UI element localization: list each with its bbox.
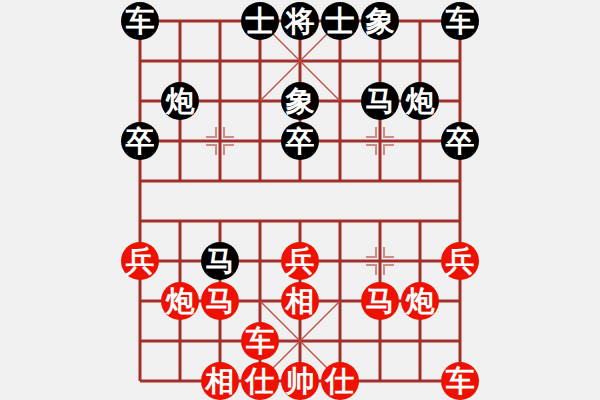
piece-black-elephant[interactable]: 象 [361, 2, 399, 40]
piece-black-advisor[interactable]: 士 [241, 2, 279, 40]
piece-red-general[interactable]: 帅 [281, 362, 319, 400]
piece-red-chariot[interactable]: 车 [241, 322, 279, 360]
piece-black-cannon[interactable]: 炮 [401, 82, 439, 120]
piece-black-advisor[interactable]: 士 [321, 2, 359, 40]
xiangqi-board: 车士将士象车炮象马炮卒卒卒兵马兵兵炮马相马炮车相仕帅仕车 [0, 0, 600, 400]
piece-black-soldier[interactable]: 卒 [441, 122, 479, 160]
piece-red-chariot[interactable]: 车 [441, 362, 479, 400]
piece-red-soldier[interactable]: 兵 [121, 242, 159, 280]
piece-red-elephant[interactable]: 相 [281, 282, 319, 320]
piece-red-cannon[interactable]: 炮 [401, 282, 439, 320]
piece-black-horse[interactable]: 马 [201, 242, 239, 280]
piece-black-horse[interactable]: 马 [361, 82, 399, 120]
piece-red-advisor[interactable]: 仕 [241, 362, 279, 400]
piece-black-chariot[interactable]: 车 [441, 2, 479, 40]
piece-black-soldier[interactable]: 卒 [281, 122, 319, 160]
piece-red-soldier[interactable]: 兵 [441, 242, 479, 280]
piece-red-horse[interactable]: 马 [201, 282, 239, 320]
piece-red-horse[interactable]: 马 [361, 282, 399, 320]
piece-black-soldier[interactable]: 卒 [121, 122, 159, 160]
piece-red-advisor[interactable]: 仕 [321, 362, 359, 400]
pieces-layer: 车士将士象车炮象马炮卒卒卒兵马兵兵炮马相马炮车相仕帅仕车 [120, 1, 480, 400]
piece-red-soldier[interactable]: 兵 [281, 242, 319, 280]
piece-black-elephant[interactable]: 象 [281, 82, 319, 120]
piece-black-chariot[interactable]: 车 [121, 2, 159, 40]
piece-black-general[interactable]: 将 [281, 2, 319, 40]
piece-black-cannon[interactable]: 炮 [161, 82, 199, 120]
piece-red-elephant[interactable]: 相 [201, 362, 239, 400]
piece-red-cannon[interactable]: 炮 [161, 282, 199, 320]
